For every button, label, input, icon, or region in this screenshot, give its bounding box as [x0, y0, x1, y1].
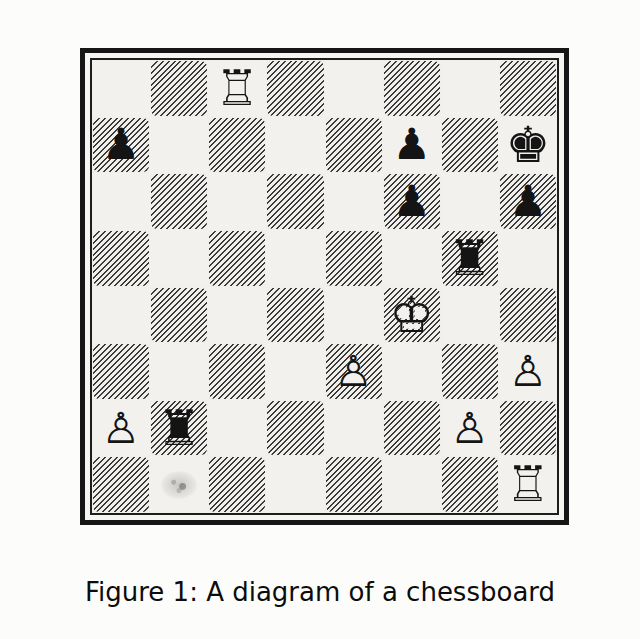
square-h4 [499, 287, 557, 344]
square-e7 [325, 117, 383, 174]
piece-white-pawn: ♙ [509, 350, 548, 393]
piece-black-pawn: ♟ [102, 123, 141, 166]
piece-black-king: ♚ [506, 120, 551, 170]
square-a2: ♙ [92, 400, 150, 457]
square-c2 [208, 400, 266, 457]
square-a3 [92, 343, 150, 400]
square-b4 [150, 287, 208, 344]
square-f6: ♟ [383, 173, 441, 230]
square-b7 [150, 117, 208, 174]
square-g4 [441, 287, 499, 344]
square-h1: ♖ [499, 456, 557, 513]
square-e4 [325, 287, 383, 344]
square-b2: ♜ [150, 400, 208, 457]
square-e6 [325, 173, 383, 230]
square-h6: ♟ [499, 173, 557, 230]
square-g1 [441, 456, 499, 513]
piece-white-rook: ♖ [506, 460, 550, 509]
square-d4 [266, 287, 324, 344]
figure-caption: Figure 1: A diagram of a chessboard [0, 577, 640, 607]
square-h3: ♙ [499, 343, 557, 400]
square-e5 [325, 230, 383, 287]
piece-white-pawn: ♙ [334, 350, 373, 393]
square-f4: ♔ [383, 287, 441, 344]
square-f3 [383, 343, 441, 400]
square-c8: ♖ [208, 60, 266, 117]
square-h2 [499, 400, 557, 457]
square-b8 [150, 60, 208, 117]
square-c1 [208, 456, 266, 513]
square-b6 [150, 173, 208, 230]
square-h8 [499, 60, 557, 117]
piece-white-king: ♔ [389, 290, 434, 340]
square-a5 [92, 230, 150, 287]
square-g2: ♙ [441, 400, 499, 457]
square-g3 [441, 343, 499, 400]
square-f2 [383, 400, 441, 457]
square-b3 [150, 343, 208, 400]
square-e1 [325, 456, 383, 513]
square-d3 [266, 343, 324, 400]
square-c6 [208, 173, 266, 230]
square-e3: ♙ [325, 343, 383, 400]
square-d8 [266, 60, 324, 117]
piece-black-pawn: ♟ [392, 180, 431, 223]
chessboard-frame: ♖♟♟♚♟♟♜♔♙♙♙♜♙♖ [80, 48, 569, 525]
square-a4 [92, 287, 150, 344]
square-b1 [150, 456, 208, 513]
piece-black-rook: ♜ [448, 234, 492, 283]
square-h7: ♚ [499, 117, 557, 174]
piece-white-pawn: ♙ [451, 407, 490, 450]
square-e8 [325, 60, 383, 117]
piece-black-rook: ♜ [157, 404, 201, 453]
square-f5 [383, 230, 441, 287]
square-h5 [499, 230, 557, 287]
piece-black-pawn: ♟ [392, 123, 431, 166]
print-smudge [161, 471, 197, 499]
piece-white-rook: ♖ [215, 64, 259, 113]
piece-white-pawn: ♙ [102, 407, 141, 450]
piece-black-pawn: ♟ [509, 180, 548, 223]
square-a7: ♟ [92, 117, 150, 174]
square-d6 [266, 173, 324, 230]
square-d1 [266, 456, 324, 513]
page: { "figure": { "caption": "Figure 1: A di… [0, 0, 640, 639]
square-d5 [266, 230, 324, 287]
square-f8 [383, 60, 441, 117]
square-g5: ♜ [441, 230, 499, 287]
square-a8 [92, 60, 150, 117]
square-a1 [92, 456, 150, 513]
square-e2 [325, 400, 383, 457]
square-g6 [441, 173, 499, 230]
square-g8 [441, 60, 499, 117]
square-d7 [266, 117, 324, 174]
square-f1 [383, 456, 441, 513]
square-c7 [208, 117, 266, 174]
square-c4 [208, 287, 266, 344]
square-f7: ♟ [383, 117, 441, 174]
square-c5 [208, 230, 266, 287]
square-d2 [266, 400, 324, 457]
chessboard: ♖♟♟♚♟♟♜♔♙♙♙♜♙♖ [90, 58, 559, 515]
square-c3 [208, 343, 266, 400]
square-a6 [92, 173, 150, 230]
square-b5 [150, 230, 208, 287]
square-g7 [441, 117, 499, 174]
